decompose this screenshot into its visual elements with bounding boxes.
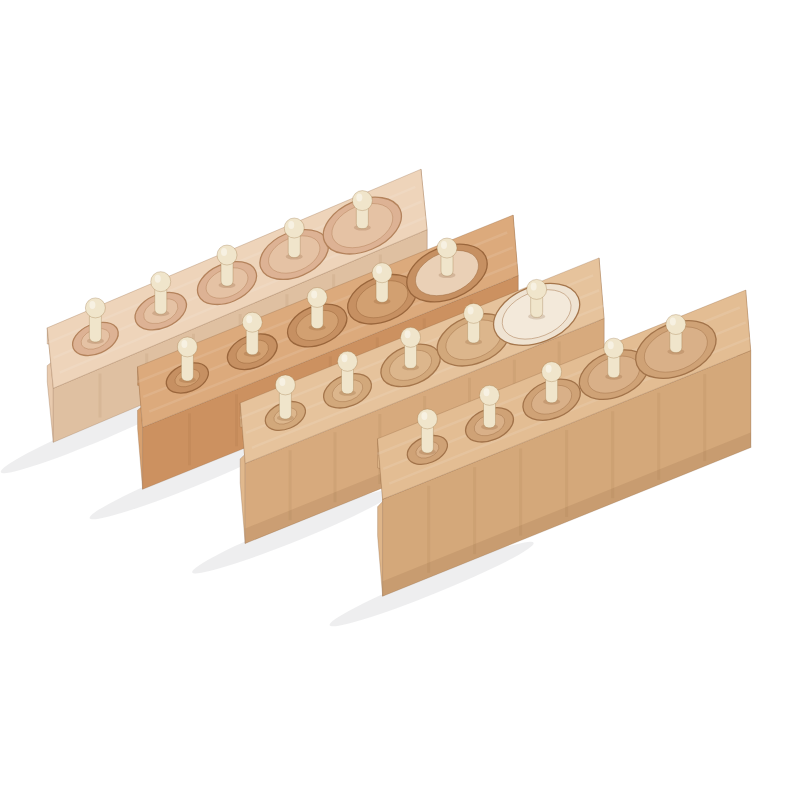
knob-highlight — [441, 241, 447, 249]
knob-highlight — [246, 315, 252, 323]
knob-highlight — [468, 306, 474, 314]
knob-ball — [604, 338, 624, 358]
knob-ball — [151, 272, 171, 292]
knob-ball — [372, 263, 392, 283]
knob-ball — [242, 312, 262, 332]
knob-ball — [417, 409, 437, 429]
knob-ball — [437, 238, 457, 258]
knob-ball — [337, 351, 357, 371]
knob-highlight — [89, 301, 95, 309]
knob-ball — [217, 245, 237, 265]
knob-highlight — [546, 365, 552, 373]
knob-highlight — [376, 266, 382, 274]
knob-highlight — [155, 275, 161, 283]
knob-highlight — [279, 378, 285, 386]
knob-highlight — [483, 388, 489, 396]
knob-highlight — [531, 282, 537, 290]
knob-ball — [85, 298, 105, 318]
knob-ball — [479, 385, 499, 405]
knob-highlight — [421, 412, 427, 420]
knob-ball — [542, 362, 562, 382]
knob-highlight — [221, 248, 227, 256]
knob-ball — [464, 303, 484, 323]
knob-ball — [666, 315, 686, 335]
knob-highlight — [670, 318, 676, 326]
knob-ball — [275, 375, 295, 395]
knob-ball — [284, 218, 304, 238]
knob-ball — [352, 191, 372, 211]
knob-highlight — [288, 221, 294, 229]
knob-highlight — [356, 194, 362, 202]
knob-ball — [307, 287, 327, 307]
knob-highlight — [405, 330, 411, 338]
knob-highlight — [341, 354, 347, 362]
product-photo — [0, 0, 800, 800]
knob-ball — [177, 337, 197, 357]
knob-ball — [527, 279, 547, 299]
knob-highlight — [608, 341, 614, 349]
knob-highlight — [311, 290, 317, 298]
montessori-cylinder-blocks-photo — [0, 0, 800, 800]
knob-ball — [401, 327, 421, 347]
knob-highlight — [181, 340, 187, 348]
